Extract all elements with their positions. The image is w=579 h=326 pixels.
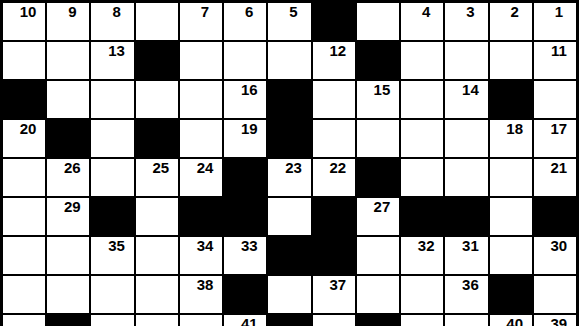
white-cell[interactable]: 37 <box>313 276 355 313</box>
black-cell <box>47 120 89 157</box>
white-cell[interactable]: 32 <box>401 237 443 274</box>
white-cell[interactable] <box>268 276 310 313</box>
white-cell[interactable]: 41 <box>224 315 266 326</box>
white-cell[interactable]: 15 <box>357 81 399 118</box>
clue-number: 31 <box>449 237 491 254</box>
clue-number: 21 <box>538 159 579 176</box>
white-cell[interactable] <box>313 81 355 118</box>
white-cell[interactable] <box>3 198 45 235</box>
clue-number: 15 <box>361 81 403 98</box>
white-cell[interactable] <box>357 237 399 274</box>
white-cell[interactable] <box>490 159 532 196</box>
black-cell <box>3 81 45 118</box>
black-cell <box>534 198 576 235</box>
black-cell <box>224 276 266 313</box>
white-cell[interactable] <box>91 276 133 313</box>
clue-number: 36 <box>449 276 491 293</box>
clue-number: 11 <box>538 42 579 59</box>
white-cell[interactable] <box>3 159 45 196</box>
white-cell[interactable] <box>445 42 487 79</box>
white-cell[interactable] <box>445 120 487 157</box>
white-cell[interactable]: 24 <box>180 159 222 196</box>
white-cell[interactable]: 40 <box>490 315 532 326</box>
crossword-board: 1098765432113121116151420191817262524232… <box>0 0 579 326</box>
clue-number: 8 <box>95 3 137 20</box>
white-cell[interactable] <box>224 42 266 79</box>
white-cell[interactable]: 2 <box>490 3 532 40</box>
white-cell[interactable] <box>268 42 310 79</box>
white-cell[interactable]: 7 <box>180 3 222 40</box>
white-cell[interactable] <box>534 276 576 313</box>
white-cell[interactable]: 36 <box>445 276 487 313</box>
clue-number: 3 <box>449 3 491 20</box>
clue-number: 2 <box>494 3 536 20</box>
black-cell <box>268 120 310 157</box>
white-cell[interactable] <box>490 42 532 79</box>
white-cell[interactable] <box>357 120 399 157</box>
white-cell[interactable] <box>180 42 222 79</box>
black-cell <box>357 159 399 196</box>
white-cell[interactable] <box>47 276 89 313</box>
white-cell[interactable] <box>401 120 443 157</box>
clue-number: 18 <box>494 120 536 137</box>
white-cell[interactable]: 17 <box>534 120 576 157</box>
white-cell[interactable] <box>313 315 355 326</box>
white-cell[interactable]: 13 <box>91 42 133 79</box>
white-cell[interactable] <box>47 81 89 118</box>
white-cell[interactable] <box>401 315 443 326</box>
white-cell[interactable] <box>357 276 399 313</box>
white-cell[interactable] <box>401 276 443 313</box>
black-cell <box>313 198 355 235</box>
white-cell[interactable]: 8 <box>91 3 133 40</box>
clue-number: 19 <box>228 120 270 137</box>
black-cell <box>268 81 310 118</box>
white-cell[interactable] <box>490 198 532 235</box>
crossword-grid: 1098765432113121116151420191817262524232… <box>0 0 579 326</box>
clue-number: 9 <box>51 3 93 20</box>
white-cell[interactable]: 9 <box>47 3 89 40</box>
white-cell[interactable]: 26 <box>47 159 89 196</box>
white-cell[interactable]: 21 <box>534 159 576 196</box>
white-cell[interactable] <box>401 81 443 118</box>
clue-number: 23 <box>272 159 314 176</box>
white-cell[interactable] <box>180 81 222 118</box>
white-cell[interactable] <box>47 42 89 79</box>
clue-number: 25 <box>140 159 182 176</box>
clue-number: 35 <box>95 237 137 254</box>
clue-number: 33 <box>228 237 270 254</box>
white-cell[interactable]: 29 <box>47 198 89 235</box>
white-cell[interactable] <box>445 159 487 196</box>
white-cell[interactable]: 25 <box>136 159 178 196</box>
white-cell[interactable] <box>3 237 45 274</box>
white-cell[interactable]: 22 <box>313 159 355 196</box>
clue-number: 20 <box>7 120 49 137</box>
white-cell[interactable] <box>357 3 399 40</box>
clue-number: 37 <box>317 276 359 293</box>
white-cell[interactable] <box>136 3 178 40</box>
white-cell[interactable]: 27 <box>357 198 399 235</box>
black-cell <box>224 159 266 196</box>
white-cell[interactable]: 16 <box>224 81 266 118</box>
clue-number: 29 <box>51 198 93 215</box>
white-cell[interactable]: 38 <box>180 276 222 313</box>
white-cell[interactable] <box>136 81 178 118</box>
white-cell[interactable]: 6 <box>224 3 266 40</box>
white-cell[interactable]: 31 <box>445 237 487 274</box>
white-cell[interactable]: 39 <box>534 315 576 326</box>
white-cell[interactable] <box>180 315 222 326</box>
white-cell[interactable] <box>136 198 178 235</box>
white-cell[interactable]: 23 <box>268 159 310 196</box>
white-cell[interactable] <box>91 120 133 157</box>
clue-number: 12 <box>317 42 359 59</box>
black-cell <box>357 315 399 326</box>
clue-number: 22 <box>317 159 359 176</box>
clue-number: 10 <box>7 3 49 20</box>
clue-number: 38 <box>184 276 226 293</box>
clue-number: 26 <box>51 159 93 176</box>
white-cell[interactable] <box>136 276 178 313</box>
black-cell <box>224 198 266 235</box>
clue-number: 24 <box>184 159 226 176</box>
black-cell <box>136 42 178 79</box>
white-cell[interactable]: 10 <box>3 3 45 40</box>
white-cell[interactable]: 12 <box>313 42 355 79</box>
white-cell[interactable] <box>268 198 310 235</box>
white-cell[interactable]: 11 <box>534 42 576 79</box>
black-cell <box>313 3 355 40</box>
black-cell <box>268 315 310 326</box>
black-cell <box>490 276 532 313</box>
black-cell <box>136 120 178 157</box>
white-cell[interactable]: 18 <box>490 120 532 157</box>
black-cell <box>445 198 487 235</box>
black-cell <box>180 198 222 235</box>
clue-number: 32 <box>405 237 447 254</box>
white-cell[interactable]: 34 <box>180 237 222 274</box>
white-cell[interactable] <box>313 120 355 157</box>
clue-number: 30 <box>538 237 579 254</box>
white-cell[interactable] <box>490 237 532 274</box>
white-cell[interactable] <box>3 42 45 79</box>
white-cell[interactable]: 1 <box>534 3 576 40</box>
white-cell[interactable] <box>91 315 133 326</box>
white-cell[interactable] <box>534 81 576 118</box>
black-cell <box>357 42 399 79</box>
white-cell[interactable] <box>136 237 178 274</box>
white-cell[interactable] <box>180 120 222 157</box>
white-cell[interactable] <box>47 237 89 274</box>
white-cell[interactable]: 14 <box>445 81 487 118</box>
clue-number: 13 <box>95 42 137 59</box>
clue-number: 5 <box>272 3 314 20</box>
black-cell <box>91 198 133 235</box>
clue-number: 1 <box>538 3 579 20</box>
clue-number: 40 <box>494 315 536 326</box>
clue-number: 16 <box>228 81 270 98</box>
clue-number: 41 <box>228 315 270 326</box>
white-cell[interactable] <box>3 315 45 326</box>
clue-number: 6 <box>228 3 270 20</box>
white-cell[interactable]: 35 <box>91 237 133 274</box>
white-cell[interactable] <box>3 276 45 313</box>
black-cell <box>268 237 310 274</box>
white-cell[interactable]: 5 <box>268 3 310 40</box>
white-cell[interactable] <box>136 315 178 326</box>
white-cell[interactable] <box>445 315 487 326</box>
clue-number: 17 <box>538 120 579 137</box>
white-cell[interactable]: 3 <box>445 3 487 40</box>
white-cell[interactable]: 30 <box>534 237 576 274</box>
white-cell[interactable] <box>91 159 133 196</box>
white-cell[interactable]: 4 <box>401 3 443 40</box>
white-cell[interactable] <box>91 81 133 118</box>
white-cell[interactable]: 33 <box>224 237 266 274</box>
white-cell[interactable]: 20 <box>3 120 45 157</box>
clue-number: 7 <box>184 3 226 20</box>
black-cell <box>401 198 443 235</box>
clue-number: 4 <box>405 3 447 20</box>
clue-number: 14 <box>449 81 491 98</box>
white-cell[interactable]: 19 <box>224 120 266 157</box>
black-cell <box>47 315 89 326</box>
clue-number: 39 <box>538 315 579 326</box>
white-cell[interactable] <box>401 42 443 79</box>
black-cell <box>490 81 532 118</box>
black-cell <box>313 237 355 274</box>
clue-number: 34 <box>184 237 226 254</box>
clue-number: 27 <box>361 198 403 215</box>
white-cell[interactable] <box>401 159 443 196</box>
